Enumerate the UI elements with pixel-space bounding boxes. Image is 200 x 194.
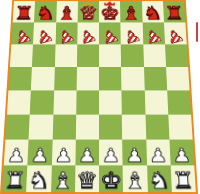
square-b7[interactable]: ♟ [33,22,56,44]
square-h2[interactable]: ♟ [169,140,194,166]
chess-board-grid[interactable]: ♜♞♝♛♚♝♞♜♟♟♟♟♟♟♟♟♟♟♟♟♟♟♟♟♜♞♝♛♚♝♞♜ [2,1,196,192]
square-d2[interactable]: ♟ [75,140,99,166]
square-g4[interactable] [144,90,168,114]
square-g3[interactable] [145,115,169,140]
piece-red-rook[interactable]: ♜ [13,4,34,22]
square-h1[interactable]: ♜ [170,165,195,192]
square-f6[interactable] [121,44,144,67]
square-e1[interactable]: ♚ [99,165,123,192]
piece-white-rook[interactable]: ♜ [3,169,26,192]
square-d4[interactable] [76,90,99,114]
square-d7[interactable]: ♟ [77,22,99,44]
piece-white-pawn[interactable]: ♟ [78,147,97,166]
square-a5[interactable] [8,67,32,90]
square-c4[interactable] [53,90,76,114]
square-c5[interactable] [54,67,77,90]
square-e8[interactable]: ♚ [99,1,121,22]
square-h7[interactable]: ♟ [164,22,187,44]
square-e2[interactable]: ♟ [99,140,123,166]
square-b1[interactable]: ♞ [26,165,51,192]
square-f8[interactable]: ♝ [120,1,142,22]
piece-red-pawn[interactable]: ♟ [56,27,78,47]
square-c8[interactable]: ♝ [56,1,78,22]
piece-red-king[interactable]: ♚ [100,4,120,22]
piece-red-queen[interactable]: ♛ [78,4,98,22]
square-a6[interactable] [10,44,33,67]
square-e4[interactable] [99,90,122,114]
piece-white-pawn[interactable]: ♟ [30,147,49,166]
piece-white-pawn[interactable]: ♟ [6,147,25,166]
square-e7[interactable]: ♟ [99,22,121,44]
piece-red-rook[interactable]: ♜ [164,4,185,22]
square-c7[interactable]: ♟ [55,22,77,44]
square-h6[interactable] [165,44,188,67]
square-b2[interactable]: ♟ [28,140,53,166]
piece-red-knight[interactable]: ♞ [142,4,163,22]
square-g1[interactable]: ♞ [147,165,172,192]
square-a8[interactable]: ♜ [13,1,36,22]
square-a4[interactable] [7,90,31,114]
piece-white-bishop[interactable]: ♝ [124,169,147,192]
piece-red-knight[interactable]: ♞ [35,4,56,22]
square-f4[interactable] [122,90,145,114]
square-e5[interactable] [99,67,122,90]
piece-red-bishop[interactable]: ♝ [121,4,141,22]
square-c2[interactable]: ♟ [51,140,75,166]
square-h8[interactable]: ♜ [163,1,186,22]
piece-white-pawn[interactable]: ♟ [149,147,168,166]
square-c1[interactable]: ♝ [51,165,76,192]
square-g7[interactable]: ♟ [142,22,165,44]
square-f7[interactable]: ♟ [121,22,143,44]
square-f1[interactable]: ♝ [123,165,148,192]
square-f3[interactable] [122,115,146,140]
square-b4[interactable] [30,90,54,114]
square-d1[interactable]: ♛ [75,165,99,192]
square-b8[interactable]: ♞ [34,1,56,22]
piece-white-pawn[interactable]: ♟ [172,147,191,166]
square-e3[interactable] [99,115,122,140]
piece-red-pawn[interactable]: ♟ [77,27,99,47]
piece-white-knight[interactable]: ♞ [148,169,171,192]
square-d6[interactable] [77,44,99,67]
square-b6[interactable] [32,44,55,67]
piece-white-rook[interactable]: ♜ [171,169,194,192]
piece-white-pawn[interactable]: ♟ [54,147,73,166]
square-g8[interactable]: ♞ [142,1,164,22]
square-a3[interactable] [5,115,30,140]
square-f2[interactable]: ♟ [122,140,146,166]
piece-red-pawn[interactable]: ♟ [34,27,56,47]
square-d5[interactable] [76,67,99,90]
square-a1[interactable]: ♜ [2,165,27,192]
chess-board: ♜♞♝♛♚♝♞♜♟♟♟♟♟♟♟♟♟♟♟♟♟♟♟♟♜♞♝♛♚♝♞♜ [0,0,198,194]
square-a7[interactable]: ♟ [11,22,34,44]
piece-white-pawn[interactable]: ♟ [102,147,121,166]
red-artifact-line [196,22,198,42]
square-b5[interactable] [31,67,54,90]
square-a2[interactable]: ♟ [4,140,29,166]
square-h5[interactable] [166,67,190,90]
piece-white-queen[interactable]: ♛ [76,169,98,192]
piece-white-pawn[interactable]: ♟ [125,147,144,166]
square-f5[interactable] [121,67,144,90]
square-c6[interactable] [54,44,77,67]
square-b3[interactable] [29,115,53,140]
square-g5[interactable] [144,67,167,90]
piece-white-knight[interactable]: ♞ [27,169,50,192]
square-g6[interactable] [143,44,166,67]
square-g2[interactable]: ♟ [146,140,171,166]
square-c3[interactable] [52,115,76,140]
square-h3[interactable] [168,115,193,140]
square-d8[interactable]: ♛ [77,1,99,22]
piece-white-king[interactable]: ♚ [100,169,122,192]
square-d3[interactable] [76,115,99,140]
piece-red-bishop[interactable]: ♝ [57,4,77,22]
square-e6[interactable] [99,44,121,67]
square-h4[interactable] [167,90,191,114]
piece-white-bishop[interactable]: ♝ [51,169,74,192]
chess-app-screen: ♜♞♝♛♚♝♞♜♟♟♟♟♟♟♟♟♟♟♟♟♟♟♟♟♜♞♝♛♚♝♞♜ [0,0,200,194]
